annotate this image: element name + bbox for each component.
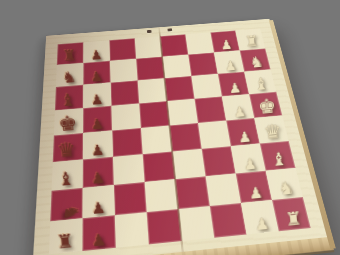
square-b8: ♞: [50, 188, 83, 222]
square-f6: [111, 80, 140, 105]
piece-black-pawn: ♟: [90, 200, 106, 217]
piece-white-pawn: ♟: [242, 156, 257, 172]
square-g1: ♞: [240, 48, 271, 71]
piece-black-pawn: ♟: [90, 92, 104, 107]
square-c8: ♝: [52, 160, 83, 191]
square-h1: ♜: [235, 29, 265, 51]
square-h6: [109, 38, 136, 61]
hinge-icon: [167, 28, 172, 31]
square-d3: [198, 121, 231, 149]
square-e4: [167, 99, 198, 126]
square-f1: ♝: [244, 69, 276, 94]
hinge-icon: [147, 30, 152, 33]
piece-black-pawn: ♟: [90, 48, 103, 62]
square-g6: [110, 59, 138, 83]
piece-white-king: ♚: [257, 96, 277, 117]
square-h4: [160, 34, 188, 56]
square-c1: ♝: [260, 141, 296, 171]
piece-white-pawn: ♟: [237, 129, 251, 144]
square-g7: ♟: [83, 61, 110, 85]
square-a7: ♟: [82, 215, 115, 251]
square-d8: ♛: [53, 133, 83, 162]
piece-white-rook: ♜: [285, 210, 303, 230]
square-b1: ♞: [266, 168, 303, 200]
square-a4: [178, 206, 214, 241]
square-c4: [172, 149, 205, 179]
piece-white-queen: ♛: [263, 122, 282, 143]
squares-grid: ♜♟♟♜♞♟♟♞♝♟♟♝♚♟♟♚♛♟♟♛♝♟♟♝♞♟♟♞♜♟♟♜: [49, 29, 311, 255]
square-d6: [112, 128, 143, 157]
square-f5: [138, 78, 167, 103]
square-h5: [135, 36, 163, 58]
square-g3: [188, 52, 218, 75]
piece-black-knight: ♞: [61, 70, 76, 86]
piece-black-pawn: ♟: [90, 69, 103, 83]
piece-white-bishop: ♝: [254, 76, 270, 93]
square-d1: ♛: [254, 116, 288, 144]
square-h8: ♜: [57, 42, 84, 65]
square-a6: [115, 212, 149, 248]
square-b6: [114, 182, 147, 215]
square-h3: [185, 32, 214, 54]
piece-white-knight: ♞: [249, 55, 264, 71]
piece-white-pawn: ♟: [228, 81, 241, 95]
square-f8: ♝: [55, 85, 83, 111]
square-c5: [143, 151, 176, 182]
square-b4: [175, 176, 210, 209]
square-b5: [145, 179, 179, 212]
piece-white-pawn: ♟: [220, 38, 233, 51]
piece-black-rook: ♜: [62, 48, 77, 64]
square-c7: ♟: [83, 157, 114, 188]
piece-white-pawn: ♟: [254, 215, 270, 232]
square-a5: [147, 209, 182, 244]
board-border: ♜♟♟♜♞♟♟♞♝♟♟♝♚♟♟♚♛♟♟♛♝♟♟♝♞♟♟♞♜♟♟♜: [32, 19, 329, 255]
square-e1: ♚: [249, 92, 282, 118]
square-f7: ♟: [83, 83, 111, 109]
square-c3: [202, 146, 236, 176]
piece-white-bishop: ♝: [271, 150, 289, 169]
piece-black-rook: ♜: [56, 232, 75, 252]
piece-black-pawn: ♟: [90, 116, 104, 131]
square-a1: ♜: [272, 197, 311, 231]
piece-black-pawn: ♟: [90, 231, 106, 248]
square-c6: [113, 154, 145, 185]
square-d5: [141, 125, 172, 154]
square-e7: ♟: [83, 106, 112, 133]
square-b2: ♟: [236, 171, 272, 203]
piece-black-bishop: ♝: [60, 92, 77, 110]
square-h7: ♟: [83, 40, 109, 63]
square-e8: ♚: [54, 108, 83, 135]
piece-white-pawn: ♟: [248, 185, 263, 202]
chess-board: ♜♟♟♜♞♟♟♞♝♟♟♝♚♟♟♚♛♟♟♛♝♟♟♝♞♟♟♞♜♟♟♜: [32, 19, 329, 255]
square-a2: ♟: [241, 200, 279, 235]
piece-black-pawn: ♟: [90, 170, 105, 186]
piece-black-bishop: ♝: [57, 169, 76, 189]
piece-white-rook: ♜: [244, 34, 258, 49]
square-b7: ♟: [83, 185, 115, 218]
square-e5: [139, 101, 169, 128]
photo-background: ♜♟♟♜♞♟♟♞♝♟♟♝♚♟♟♚♛♟♟♛♝♟♟♝♞♟♟♞♜♟♟♜: [0, 0, 340, 255]
piece-black-king: ♚: [58, 113, 78, 135]
square-g4: [162, 55, 191, 79]
square-g8: ♞: [56, 63, 84, 87]
square-d7: ♟: [83, 131, 113, 160]
piece-white-pawn: ♟: [224, 59, 237, 73]
piece-black-pawn: ♟: [90, 142, 105, 158]
piece-white-pawn: ♟: [233, 104, 247, 119]
piece-white-knight: ♞: [278, 179, 295, 198]
square-e6: [111, 103, 141, 130]
square-a8: ♜: [49, 218, 83, 254]
square-e3: [195, 96, 227, 123]
square-f4: [165, 76, 195, 101]
square-f2: ♟: [218, 72, 249, 97]
square-g5: [136, 57, 164, 81]
square-d4: [170, 123, 202, 151]
piece-black-queen: ♛: [57, 140, 77, 161]
square-f3: [191, 74, 222, 99]
